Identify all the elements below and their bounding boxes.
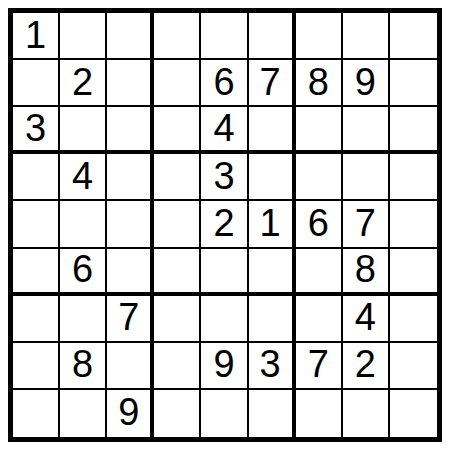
- sudoku-cell-r7c4[interactable]: [154, 296, 201, 343]
- sudoku-cell-r5c5[interactable]: 2: [201, 201, 248, 248]
- given-digit: 4: [213, 109, 234, 147]
- sudoku-cell-r4c3[interactable]: [107, 154, 154, 201]
- sudoku-cell-r2c2[interactable]: 2: [60, 60, 107, 107]
- given-digit: 6: [72, 250, 93, 288]
- given-digit: 3: [213, 157, 234, 195]
- sudoku-cell-r7c6[interactable]: [249, 296, 296, 343]
- sudoku-cell-r9c2[interactable]: [60, 390, 107, 437]
- given-digit: 6: [308, 204, 329, 242]
- given-digit: 6: [213, 63, 234, 101]
- given-digit: 7: [260, 63, 281, 101]
- sudoku-cell-r1c9[interactable]: [390, 13, 437, 60]
- sudoku-cell-r6c9[interactable]: [390, 249, 437, 296]
- sudoku-cell-r8c3[interactable]: [107, 343, 154, 390]
- sudoku-cell-r9c7[interactable]: [296, 390, 343, 437]
- sudoku-cell-r2c9[interactable]: [390, 60, 437, 107]
- given-digit: 7: [355, 204, 376, 242]
- sudoku-cell-r2c8[interactable]: 9: [343, 60, 390, 107]
- sudoku-cell-r8c4[interactable]: [154, 343, 201, 390]
- sudoku-cell-r9c1[interactable]: [13, 390, 60, 437]
- sudoku-cell-r8c6[interactable]: 3: [249, 343, 296, 390]
- sudoku-cell-r5c8[interactable]: 7: [343, 201, 390, 248]
- sudoku-cell-r2c5[interactable]: 6: [201, 60, 248, 107]
- sudoku-cell-r3c4[interactable]: [154, 107, 201, 154]
- sudoku-cell-r3c3[interactable]: [107, 107, 154, 154]
- sudoku-cell-r4c1[interactable]: [13, 154, 60, 201]
- sudoku-cell-r7c8[interactable]: 4: [343, 296, 390, 343]
- sudoku-cell-r7c7[interactable]: [296, 296, 343, 343]
- sudoku-cell-r6c7[interactable]: [296, 249, 343, 296]
- given-digit: 1: [260, 204, 281, 242]
- given-digit: 8: [72, 345, 93, 383]
- sudoku-cell-r2c1[interactable]: [13, 60, 60, 107]
- given-digit: 8: [308, 63, 329, 101]
- given-digit: 3: [25, 109, 46, 147]
- given-digit: 9: [355, 63, 376, 101]
- sudoku-cell-r2c6[interactable]: 7: [249, 60, 296, 107]
- sudoku-cell-r5c3[interactable]: [107, 201, 154, 248]
- sudoku-cell-r4c5[interactable]: 3: [201, 154, 248, 201]
- sudoku-cell-r5c9[interactable]: [390, 201, 437, 248]
- sudoku-cell-r4c7[interactable]: [296, 154, 343, 201]
- given-digit: 4: [72, 157, 93, 195]
- given-digit: 2: [72, 63, 93, 101]
- page: { "game": "sudoku", "board_size": 9, "po…: [0, 0, 450, 450]
- sudoku-cell-r5c7[interactable]: 6: [296, 201, 343, 248]
- sudoku-cell-r3c7[interactable]: [296, 107, 343, 154]
- sudoku-cell-r8c1[interactable]: [13, 343, 60, 390]
- sudoku-cell-r3c2[interactable]: [60, 107, 107, 154]
- given-digit: 7: [118, 298, 139, 336]
- sudoku-cell-r6c1[interactable]: [13, 249, 60, 296]
- sudoku-cell-r3c1[interactable]: 3: [13, 107, 60, 154]
- sudoku-cell-r4c4[interactable]: [154, 154, 201, 201]
- sudoku-cell-r8c8[interactable]: 2: [343, 343, 390, 390]
- sudoku-cell-r4c8[interactable]: [343, 154, 390, 201]
- sudoku-cell-r1c3[interactable]: [107, 13, 154, 60]
- sudoku-cell-r3c6[interactable]: [249, 107, 296, 154]
- sudoku-cell-r5c4[interactable]: [154, 201, 201, 248]
- sudoku-cell-r1c5[interactable]: [201, 13, 248, 60]
- given-digit: 2: [213, 204, 234, 242]
- sudoku-cell-r1c8[interactable]: [343, 13, 390, 60]
- given-digit: 1: [25, 16, 46, 54]
- given-digit: 9: [213, 345, 234, 383]
- given-digit: 4: [355, 298, 376, 336]
- sudoku-cell-r3c5[interactable]: 4: [201, 107, 248, 154]
- sudoku-cell-r7c9[interactable]: [390, 296, 437, 343]
- sudoku-cell-r2c4[interactable]: [154, 60, 201, 107]
- sudoku-cell-r2c3[interactable]: [107, 60, 154, 107]
- sudoku-cell-r1c1[interactable]: 1: [13, 13, 60, 60]
- sudoku-cell-r6c6[interactable]: [249, 249, 296, 296]
- given-digit: 3: [260, 345, 281, 383]
- sudoku-cell-r4c6[interactable]: [249, 154, 296, 201]
- sudoku-cell-r5c6[interactable]: 1: [249, 201, 296, 248]
- sudoku-cell-r8c5[interactable]: 9: [201, 343, 248, 390]
- sudoku-cell-r1c2[interactable]: [60, 13, 107, 60]
- sudoku-cell-r8c2[interactable]: 8: [60, 343, 107, 390]
- sudoku-cell-r6c2[interactable]: 6: [60, 249, 107, 296]
- sudoku-cell-r7c5[interactable]: [201, 296, 248, 343]
- sudoku-cell-r7c3[interactable]: 7: [107, 296, 154, 343]
- sudoku-cell-r4c2[interactable]: 4: [60, 154, 107, 201]
- sudoku-cell-r1c7[interactable]: [296, 13, 343, 60]
- sudoku-cell-r6c3[interactable]: [107, 249, 154, 296]
- sudoku-cell-r3c9[interactable]: [390, 107, 437, 154]
- sudoku-cell-r9c5[interactable]: [201, 390, 248, 437]
- given-digit: 9: [118, 393, 139, 431]
- sudoku-cell-r4c9[interactable]: [390, 154, 437, 201]
- sudoku-cell-r7c1[interactable]: [13, 296, 60, 343]
- given-digit: 2: [355, 345, 376, 383]
- given-digit: 8: [355, 250, 376, 288]
- given-digit: 7: [308, 345, 329, 383]
- sudoku-cell-r8c7[interactable]: 7: [296, 343, 343, 390]
- sudoku-board: 126789344321676874893729: [8, 8, 442, 442]
- sudoku-cell-r5c1[interactable]: [13, 201, 60, 248]
- sudoku-cell-r1c6[interactable]: [249, 13, 296, 60]
- sudoku-cell-r8c9[interactable]: [390, 343, 437, 390]
- sudoku-cell-r2c7[interactable]: 8: [296, 60, 343, 107]
- sudoku-cell-r3c8[interactable]: [343, 107, 390, 154]
- sudoku-cell-r9c3[interactable]: 9: [107, 390, 154, 437]
- sudoku-cell-r7c2[interactable]: [60, 296, 107, 343]
- sudoku-cell-r6c4[interactable]: [154, 249, 201, 296]
- sudoku-cell-r6c8[interactable]: 8: [343, 249, 390, 296]
- sudoku-cell-r9c9[interactable]: [390, 390, 437, 437]
- sudoku-cell-r9c6[interactable]: [249, 390, 296, 437]
- sudoku-cell-r1c4[interactable]: [154, 13, 201, 60]
- sudoku-cell-r9c8[interactable]: [343, 390, 390, 437]
- sudoku-cell-r5c2[interactable]: [60, 201, 107, 248]
- sudoku-cell-r6c5[interactable]: [201, 249, 248, 296]
- sudoku-cell-r9c4[interactable]: [154, 390, 201, 437]
